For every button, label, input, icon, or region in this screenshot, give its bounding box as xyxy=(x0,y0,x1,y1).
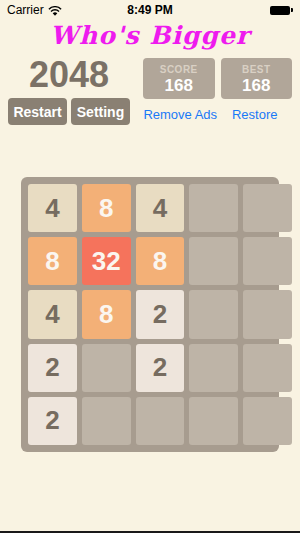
app-title: Who's Bigger xyxy=(0,20,300,53)
tile-8: 8 xyxy=(28,237,77,285)
header-row: 2048 Restart Setting SCORE 168 BEST 168 … xyxy=(0,53,300,125)
empty-cell xyxy=(243,184,292,232)
wifi-icon xyxy=(48,6,62,16)
tile-4: 4 xyxy=(136,184,185,232)
button-row: Restart Setting xyxy=(8,98,130,125)
tile-8: 8 xyxy=(136,237,185,285)
logo-2048: 2048 xyxy=(8,55,130,95)
empty-cell xyxy=(189,290,238,338)
tile-2: 2 xyxy=(28,344,77,392)
best-value: 168 xyxy=(242,76,270,95)
empty-cell xyxy=(82,397,131,445)
empty-cell xyxy=(243,344,292,392)
empty-cell xyxy=(243,290,292,338)
score-row: SCORE 168 BEST 168 xyxy=(143,58,292,99)
empty-cell xyxy=(189,344,238,392)
board-grid[interactable]: 4848328482222 xyxy=(21,177,279,452)
header-left: 2048 Restart Setting xyxy=(8,55,130,125)
tile-4: 4 xyxy=(28,184,77,232)
score-box: SCORE 168 xyxy=(143,58,215,99)
empty-cell xyxy=(136,397,185,445)
battery-icon xyxy=(270,6,293,15)
app-screen: Carrier 8:49 PM Who's Bigger 2048 Restar… xyxy=(0,0,300,533)
empty-cell xyxy=(243,397,292,445)
status-bar: Carrier 8:49 PM xyxy=(0,0,300,20)
score-value: 168 xyxy=(165,76,193,95)
tile-2: 2 xyxy=(136,344,185,392)
tile-2: 2 xyxy=(28,397,77,445)
setting-button[interactable]: Setting xyxy=(71,98,130,125)
score-label: SCORE xyxy=(160,63,198,76)
tile-2: 2 xyxy=(136,290,185,338)
empty-cell xyxy=(82,344,131,392)
tile-32: 32 xyxy=(82,237,131,285)
best-label: BEST xyxy=(242,63,271,76)
empty-cell xyxy=(189,397,238,445)
carrier-label: Carrier xyxy=(7,3,44,17)
restore-link[interactable]: Restore xyxy=(218,107,293,122)
header-right: SCORE 168 BEST 168 Remove Ads Restore xyxy=(143,55,292,125)
remove-ads-link[interactable]: Remove Ads xyxy=(143,107,218,122)
tile-8: 8 xyxy=(82,290,131,338)
empty-cell xyxy=(189,184,238,232)
tile-8: 8 xyxy=(82,184,131,232)
empty-cell xyxy=(243,237,292,285)
best-box: BEST 168 xyxy=(221,58,293,99)
status-right xyxy=(270,6,293,15)
tile-4: 4 xyxy=(28,290,77,338)
restart-button[interactable]: Restart xyxy=(8,98,67,125)
status-left: Carrier xyxy=(7,3,62,17)
empty-cell xyxy=(189,237,238,285)
links-row: Remove Ads Restore xyxy=(143,107,292,122)
